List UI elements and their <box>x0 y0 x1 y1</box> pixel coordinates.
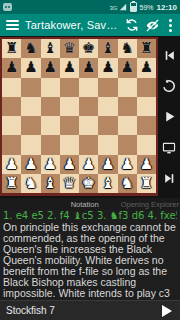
hide-eye-icon[interactable] <box>145 18 160 33</box>
signal-3g-icon: 3G <box>110 3 127 11</box>
white-pawn: ♟ <box>5 157 18 172</box>
square-c7[interactable]: ♟ <box>41 58 60 77</box>
square-g7[interactable]: ♟ <box>118 58 137 77</box>
square-d1[interactable]: ♛ <box>60 174 79 193</box>
square-g3[interactable] <box>118 135 137 154</box>
square-c1[interactable]: ♝ <box>41 174 60 193</box>
overflow-menu-icon[interactable] <box>166 19 174 32</box>
white-pawn: ♟ <box>43 157 56 172</box>
tab-bar: Notation Opening Explorer <box>0 198 180 210</box>
square-g5[interactable] <box>118 97 137 116</box>
white-knight: ♞ <box>24 176 37 191</box>
engine-monitor-icon[interactable] <box>160 139 178 157</box>
square-e6[interactable] <box>79 78 98 97</box>
white-rook: ♜ <box>5 176 18 191</box>
square-f2[interactable]: ♟ <box>98 155 117 174</box>
square-e3[interactable] <box>79 135 98 154</box>
square-a6[interactable] <box>2 78 21 97</box>
black-pawn: ♟ <box>101 60 114 75</box>
square-f4[interactable] <box>98 116 117 135</box>
notification-icon <box>3 3 12 11</box>
white-pawn: ♟ <box>101 157 114 172</box>
white-pawn: ♟ <box>140 157 153 172</box>
square-a5[interactable] <box>2 97 21 116</box>
square-f5[interactable] <box>98 97 117 116</box>
square-e5[interactable] <box>79 97 98 116</box>
square-h3[interactable] <box>137 135 156 154</box>
square-d5[interactable] <box>60 97 79 116</box>
white-pawn: ♟ <box>63 157 76 172</box>
play-forward-button[interactable] <box>160 108 178 126</box>
square-b2[interactable]: ♟ <box>21 155 40 174</box>
battery-percent: 59% <box>140 4 154 11</box>
flip-board-icon[interactable] <box>124 18 139 33</box>
black-bishop: ♝ <box>43 41 56 56</box>
square-h2[interactable]: ♟ <box>137 155 156 174</box>
square-h6[interactable] <box>137 78 156 97</box>
square-c2[interactable]: ♟ <box>41 155 60 174</box>
square-b3[interactable] <box>21 135 40 154</box>
notation-panel: 1. e4 e5 2. f4 ♝c5 3. ♞f3 d6 4. fxe5 On … <box>0 210 180 300</box>
square-c4[interactable] <box>41 116 60 135</box>
square-a8[interactable]: ♜ <box>2 39 21 58</box>
square-b8[interactable]: ♞ <box>21 39 40 58</box>
square-c3[interactable] <box>41 135 60 154</box>
board-row: ♜♞♝♛♚♝♞♜♟♟♟♟♟♟♟♟♟♟♟♟♟♟♟♟♜♞♝♛♚♝♞♜ <box>0 36 180 198</box>
square-h8[interactable]: ♜ <box>137 39 156 58</box>
battery-icon <box>130 2 137 12</box>
square-f1[interactable]: ♝ <box>98 174 117 193</box>
white-bishop: ♝ <box>101 176 114 191</box>
square-g1[interactable]: ♞ <box>118 174 137 193</box>
engine-name: Stockfish 7 <box>6 305 162 316</box>
status-bar: 3G 59% 12:10 <box>0 0 180 14</box>
square-d4[interactable] <box>60 116 79 135</box>
black-rook: ♜ <box>140 41 153 56</box>
square-h7[interactable]: ♟ <box>137 58 156 77</box>
white-pawn: ♟ <box>24 157 37 172</box>
black-pawn: ♟ <box>24 60 37 75</box>
annotation-text: On principle this exchange cannot be com… <box>3 222 177 300</box>
square-d7[interactable]: ♟ <box>60 58 79 77</box>
square-a3[interactable] <box>2 135 21 154</box>
black-queen: ♛ <box>63 41 76 56</box>
engine-play-button[interactable] <box>162 305 172 317</box>
tab-notation[interactable]: Notation <box>71 200 99 209</box>
square-b5[interactable] <box>21 97 40 116</box>
white-pawn: ♟ <box>120 157 133 172</box>
square-e7[interactable]: ♟ <box>79 58 98 77</box>
square-h5[interactable] <box>137 97 156 116</box>
black-pawn: ♟ <box>63 60 76 75</box>
white-bishop: ♝ <box>43 176 56 191</box>
square-d3[interactable] <box>60 135 79 154</box>
square-h1[interactable]: ♜ <box>137 174 156 193</box>
last-move-button[interactable] <box>160 170 178 188</box>
tab-opening-explorer[interactable]: Opening Explorer <box>121 200 179 209</box>
white-knight: ♞ <box>120 176 133 191</box>
square-g8[interactable]: ♞ <box>118 39 137 58</box>
status-clock: 12:10 <box>157 3 177 12</box>
square-b4[interactable] <box>21 116 40 135</box>
square-f3[interactable] <box>98 135 117 154</box>
chess-board: ♜♞♝♛♚♝♞♜♟♟♟♟♟♟♟♟♟♟♟♟♟♟♟♟♜♞♝♛♚♝♞♜ <box>2 39 156 193</box>
flip-board-button[interactable] <box>160 77 178 95</box>
app-bar: Tartakower, Savi... <box>0 14 180 36</box>
black-pawn: ♟ <box>140 60 153 75</box>
black-knight: ♞ <box>120 41 133 56</box>
board-frame: ♜♞♝♛♚♝♞♜♟♟♟♟♟♟♟♟♟♟♟♟♟♟♟♟♜♞♝♛♚♝♞♜ <box>0 37 158 196</box>
square-g2[interactable]: ♟ <box>118 155 137 174</box>
white-rook: ♜ <box>140 176 153 191</box>
hamburger-menu-icon[interactable] <box>6 20 19 30</box>
square-c8[interactable]: ♝ <box>41 39 60 58</box>
black-rook: ♜ <box>5 41 18 56</box>
square-g4[interactable] <box>118 116 137 135</box>
square-f7[interactable]: ♟ <box>98 58 117 77</box>
first-move-button[interactable] <box>160 46 178 64</box>
black-king: ♚ <box>82 41 95 56</box>
square-e4[interactable] <box>79 116 98 135</box>
square-h4[interactable] <box>137 116 156 135</box>
square-a4[interactable] <box>2 116 21 135</box>
square-g6[interactable] <box>118 78 137 97</box>
black-pawn: ♟ <box>5 60 18 75</box>
square-c6[interactable] <box>41 78 60 97</box>
square-e2[interactable]: ♟ <box>79 155 98 174</box>
square-f8[interactable]: ♝ <box>98 39 117 58</box>
page-title: Tartakower, Savi... <box>25 19 118 31</box>
engine-bar: Stockfish 7 <box>0 300 180 320</box>
white-queen: ♛ <box>63 176 76 191</box>
black-knight: ♞ <box>24 41 37 56</box>
square-a2[interactable]: ♟ <box>2 155 21 174</box>
black-pawn: ♟ <box>82 60 95 75</box>
square-f6[interactable] <box>98 78 117 97</box>
square-e1[interactable]: ♚ <box>79 174 98 193</box>
square-c5[interactable] <box>41 97 60 116</box>
square-a7[interactable]: ♟ <box>2 58 21 77</box>
square-d2[interactable]: ♟ <box>60 155 79 174</box>
square-b6[interactable] <box>21 78 40 97</box>
square-d6[interactable] <box>60 78 79 97</box>
square-d8[interactable]: ♛ <box>60 39 79 58</box>
side-controls <box>158 36 180 198</box>
black-pawn: ♟ <box>120 60 133 75</box>
square-b1[interactable]: ♞ <box>21 174 40 193</box>
black-bishop: ♝ <box>101 41 114 56</box>
square-a1[interactable]: ♜ <box>2 174 21 193</box>
square-b7[interactable]: ♟ <box>21 58 40 77</box>
white-king: ♚ <box>82 176 95 191</box>
white-pawn: ♟ <box>82 157 95 172</box>
square-e8[interactable]: ♚ <box>79 39 98 58</box>
black-pawn: ♟ <box>43 60 56 75</box>
